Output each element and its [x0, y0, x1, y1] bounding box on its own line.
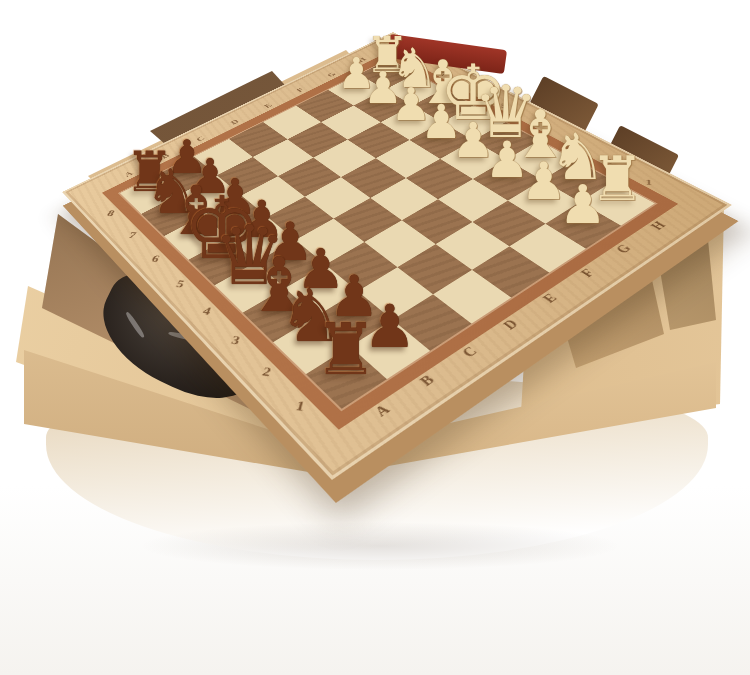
rank-label-1: 1 [283, 393, 318, 420]
piece-light-pawn-g1[interactable]: ♟ [559, 177, 607, 231]
product-scene: AA88BB77CC66DD55EE44FF33GG22HH11 ♜♟♟♜♞♟♟… [0, 0, 750, 675]
rank-label-8: 8 [96, 205, 125, 221]
rank-label-4: 4 [191, 300, 223, 321]
bag-sheen [125, 311, 146, 339]
rank-label-6: 6 [140, 249, 171, 267]
rank-label-7: 7 [118, 227, 148, 244]
ground-shadow [140, 522, 620, 570]
rank-label-2: 2 [250, 359, 284, 384]
piece-dark-rook-a1[interactable]: ♜ [314, 314, 378, 385]
rank-label-3: 3 [219, 329, 252, 352]
